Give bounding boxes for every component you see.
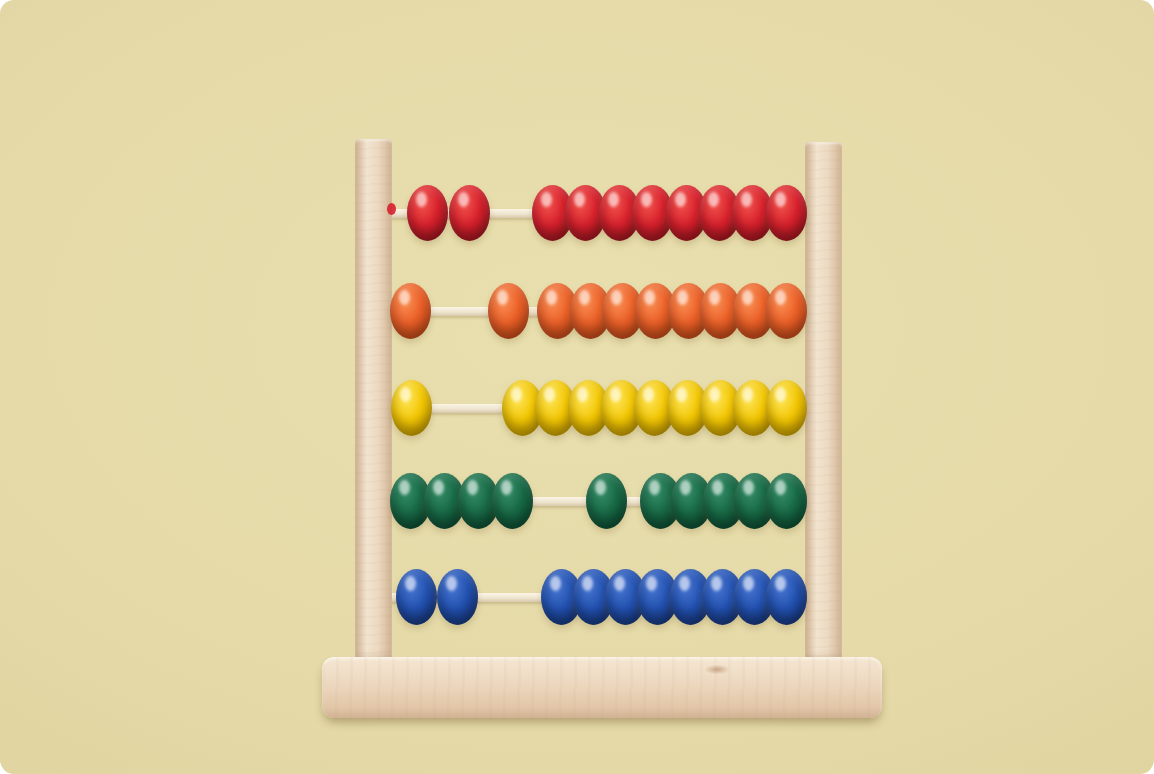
bead-highlight (712, 480, 723, 495)
bead-blue-10[interactable] (766, 569, 807, 625)
bead-highlight (711, 576, 722, 591)
bead-green-5[interactable] (586, 473, 627, 529)
bead-highlight (399, 480, 410, 495)
bead-orange-2[interactable] (488, 283, 529, 339)
abacus-left-post (355, 139, 392, 659)
photo-background (0, 0, 1154, 774)
bead-blue-2[interactable] (437, 569, 478, 625)
bead-highlight (679, 576, 690, 591)
bead-highlight (574, 192, 585, 207)
bead-highlight (400, 387, 411, 402)
bead-red-2[interactable] (449, 185, 490, 241)
bead-highlight (775, 387, 786, 402)
bead-highlight (709, 387, 720, 402)
bead-highlight (649, 480, 660, 495)
bead-highlight (741, 192, 752, 207)
bead-highlight (458, 192, 469, 207)
bead-highlight (546, 290, 557, 305)
bead-highlight (577, 387, 588, 402)
bead-highlight (643, 387, 654, 402)
bead-highlight (676, 387, 687, 402)
bead-highlight (433, 480, 444, 495)
bead-highlight (709, 290, 720, 305)
bead-highlight (775, 192, 786, 207)
bead-blue-1[interactable] (396, 569, 437, 625)
bead-highlight (501, 480, 512, 495)
bead-highlight (680, 480, 691, 495)
bead-highlight (544, 387, 555, 402)
bead-highlight (497, 290, 508, 305)
bead-highlight (775, 290, 786, 305)
bead-highlight (467, 480, 478, 495)
bead-highlight (611, 290, 622, 305)
bead-highlight (595, 480, 606, 495)
wood-grain (805, 142, 842, 659)
bead-highlight (579, 290, 590, 305)
bead-yellow-10[interactable] (766, 380, 807, 436)
bead-highlight (644, 290, 655, 305)
bead-red-10[interactable] (766, 185, 807, 241)
wood-grain (322, 657, 882, 718)
bead-highlight (511, 387, 522, 402)
bead-highlight (775, 480, 786, 495)
bead-highlight (416, 192, 427, 207)
bead-highlight (708, 192, 719, 207)
bead-red-1[interactable] (407, 185, 448, 241)
bead-highlight (742, 387, 753, 402)
bead-green-10[interactable] (766, 473, 807, 529)
wood-knot (700, 663, 734, 676)
abacus-right-post (805, 142, 842, 659)
abacus-base (322, 657, 882, 718)
bead-highlight (646, 576, 657, 591)
bead-orange-10[interactable] (766, 283, 807, 339)
red-rod-end-dot (387, 203, 396, 215)
bead-highlight (743, 480, 754, 495)
bead-highlight (405, 576, 416, 591)
bead-highlight (610, 387, 621, 402)
bead-highlight (742, 290, 753, 305)
bead-highlight (541, 192, 552, 207)
bead-highlight (550, 576, 561, 591)
bead-green-4[interactable] (492, 473, 533, 529)
abacus (0, 0, 1154, 774)
wood-grain (355, 139, 392, 659)
bead-highlight (582, 576, 593, 591)
bead-highlight (675, 192, 686, 207)
bead-highlight (775, 576, 786, 591)
bead-highlight (446, 576, 457, 591)
bead-highlight (614, 576, 625, 591)
bead-highlight (608, 192, 619, 207)
bead-highlight (399, 290, 410, 305)
bead-highlight (743, 576, 754, 591)
bead-highlight (641, 192, 652, 207)
bead-highlight (677, 290, 688, 305)
bead-yellow-1[interactable] (391, 380, 432, 436)
bead-orange-1[interactable] (390, 283, 431, 339)
